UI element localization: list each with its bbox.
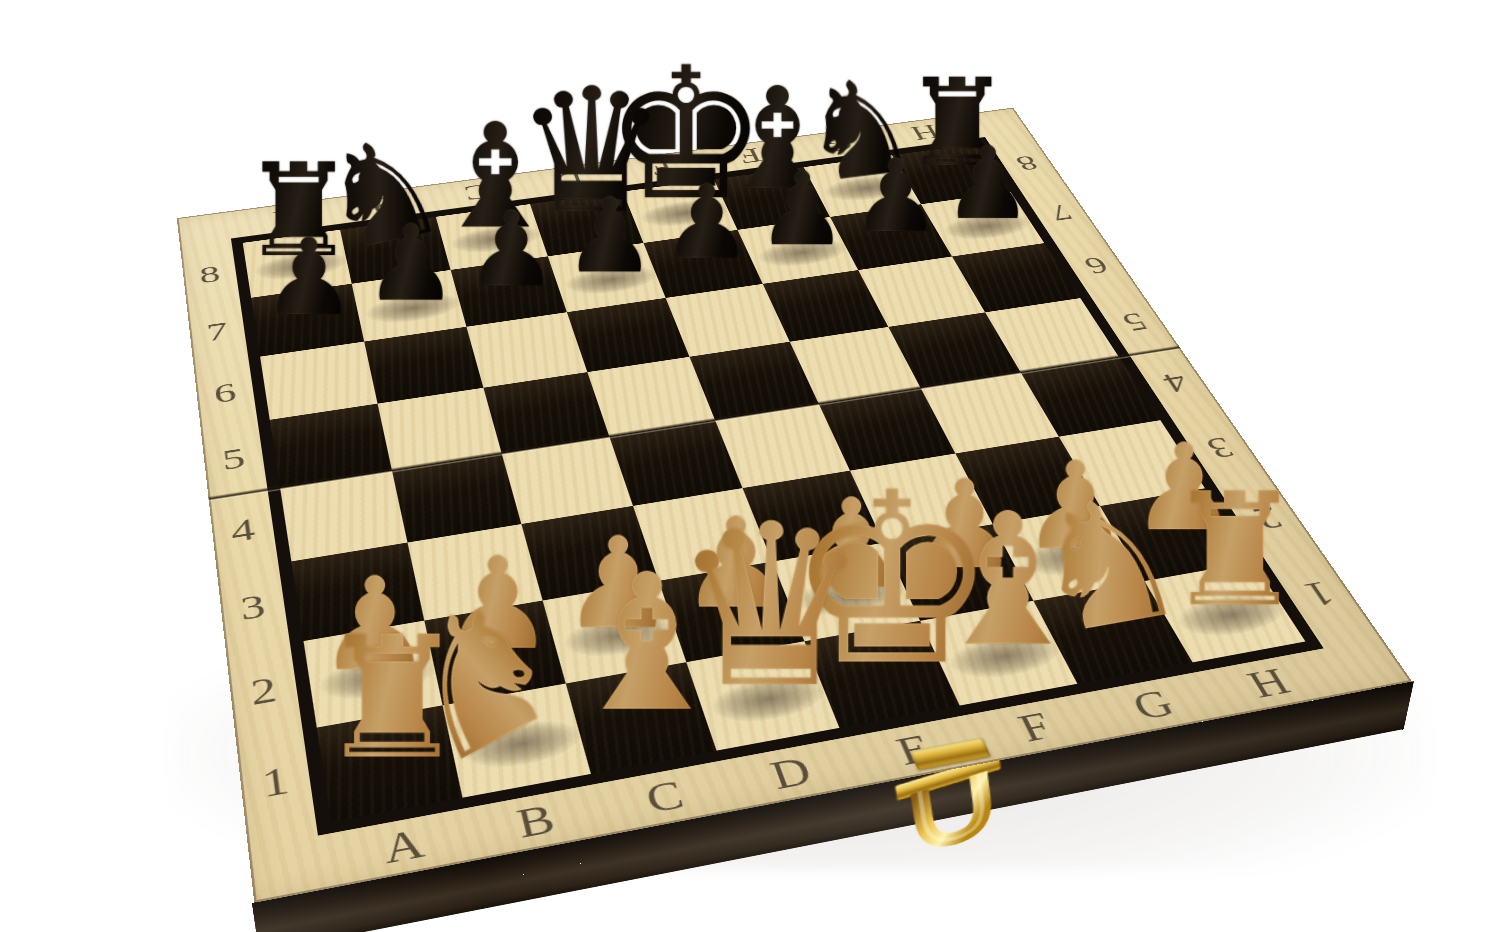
file-label-near-d: D bbox=[766, 751, 817, 796]
piece-white-rook-a1[interactable]: ♜ bbox=[317, 614, 468, 783]
rank-label-left-5: 5 bbox=[221, 444, 247, 475]
file-label-near-f: F bbox=[1013, 707, 1058, 749]
rank-label-left-2: 2 bbox=[249, 672, 279, 712]
file-label-far-b: B bbox=[368, 192, 399, 216]
file-label-near-g: G bbox=[1126, 684, 1181, 726]
product-photo-scene: AABBCCDDEEFFGGHH8877665544332211 ♜♞♝♛♚♝♞… bbox=[0, 0, 1500, 932]
rank-label-right-5: 5 bbox=[1117, 308, 1153, 335]
rank-label-left-6: 6 bbox=[213, 379, 238, 408]
piece-white-bishop-c1[interactable]: ♝ bbox=[562, 549, 731, 738]
file-label-near-b: B bbox=[513, 798, 558, 845]
file-label-near-h: H bbox=[1241, 663, 1297, 705]
rank-label-left-1: 1 bbox=[260, 761, 292, 805]
rank-label-left-4: 4 bbox=[229, 514, 257, 548]
file-label-far-a: A bbox=[272, 205, 304, 230]
rank-label-right-6: 6 bbox=[1079, 253, 1113, 278]
rank-label-right-4: 4 bbox=[1157, 368, 1194, 397]
file-label-near-a: A bbox=[381, 823, 428, 872]
file-label-near-c: C bbox=[642, 775, 689, 821]
rank-label-left-7: 7 bbox=[205, 319, 229, 346]
rank-label-right-7: 7 bbox=[1044, 201, 1076, 224]
rank-label-left-3: 3 bbox=[239, 590, 268, 627]
rank-label-left-8: 8 bbox=[198, 262, 221, 287]
